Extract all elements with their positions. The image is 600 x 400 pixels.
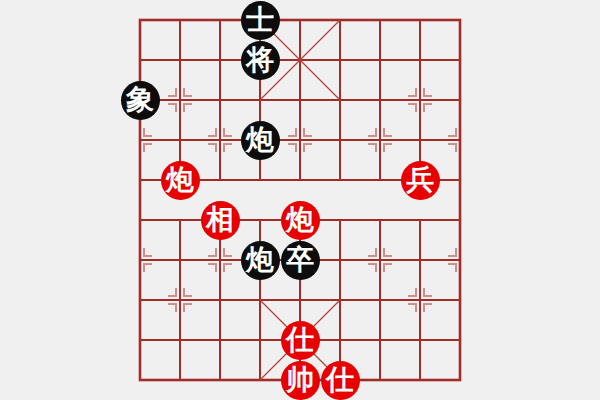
piece-red-advisor[interactable]: 仕 (321, 361, 360, 400)
piece-black-cannon[interactable]: 炮 (241, 121, 280, 160)
piece-red-elephant[interactable]: 相 (201, 201, 240, 240)
piece-red-cannon[interactable]: 炮 (281, 201, 320, 240)
piece-black-general[interactable]: 将 (241, 41, 280, 80)
xiangqi-board-screenshot: 士将象炮炮兵相炮炮卒仕帅仕 (0, 0, 600, 400)
piece-red-general[interactable]: 帅 (281, 361, 320, 400)
pieces-layer: 士将象炮炮兵相炮炮卒仕帅仕 (120, 0, 480, 400)
piece-black-soldier[interactable]: 卒 (281, 241, 320, 280)
piece-red-soldier[interactable]: 兵 (401, 161, 440, 200)
piece-black-advisor[interactable]: 士 (241, 1, 280, 40)
piece-red-cannon[interactable]: 炮 (161, 161, 200, 200)
piece-black-cannon[interactable]: 炮 (241, 241, 280, 280)
piece-red-advisor[interactable]: 仕 (281, 321, 320, 360)
piece-black-elephant[interactable]: 象 (121, 81, 160, 120)
